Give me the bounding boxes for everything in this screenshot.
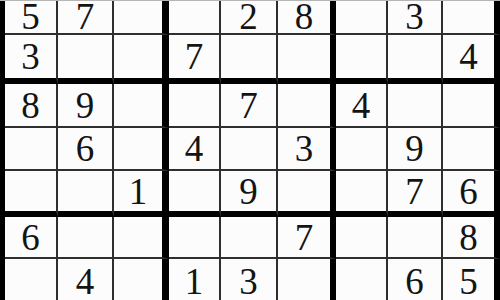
sudoku-board: 5728337489746439197667841365 — [0, 0, 500, 300]
cell-r2c7[interactable] — [336, 35, 388, 84]
cell-r3c5[interactable]: 7 — [221, 84, 278, 128]
cell-r4c4[interactable]: 4 — [169, 128, 221, 171]
given-digit: 6 — [459, 173, 478, 210]
given-digit: 7 — [239, 87, 258, 124]
cell-r2c8[interactable] — [388, 35, 443, 84]
given-digit: 8 — [295, 0, 314, 35]
cell-r4c6[interactable]: 3 — [278, 128, 336, 171]
cell-r4c7[interactable] — [336, 128, 388, 171]
cell-r2c4[interactable]: 7 — [169, 35, 221, 84]
cell-r1c4[interactable] — [169, 0, 221, 35]
cell-r7c9[interactable]: 5 — [443, 259, 500, 300]
cell-r2c5[interactable] — [221, 35, 278, 84]
cell-r1c2[interactable]: 7 — [58, 0, 114, 35]
cell-r7c6[interactable] — [278, 259, 336, 300]
cell-r2c9[interactable]: 4 — [443, 35, 500, 84]
cell-r1c3[interactable] — [114, 0, 169, 35]
given-digit: 3 — [295, 130, 314, 167]
cell-r4c3[interactable] — [114, 128, 169, 171]
cell-r2c6[interactable] — [278, 35, 336, 84]
given-digit: 5 — [459, 263, 478, 300]
cell-r7c5[interactable]: 3 — [221, 259, 278, 300]
given-digit: 2 — [239, 0, 258, 35]
cell-r5c9[interactable]: 6 — [443, 171, 500, 217]
cell-r1c8[interactable]: 3 — [388, 0, 443, 35]
cell-r4c5[interactable] — [221, 128, 278, 171]
cell-r3c3[interactable] — [114, 84, 169, 128]
cell-r6c1[interactable]: 6 — [5, 217, 58, 259]
cropped-sudoku-screenshot: 5728337489746439197667841365 — [0, 0, 500, 300]
given-digit: 4 — [352, 87, 371, 124]
given-digit: 8 — [459, 219, 478, 256]
cell-r5c1[interactable] — [5, 171, 58, 217]
given-digit: 7 — [76, 0, 95, 35]
given-digit: 6 — [21, 219, 40, 256]
cell-r5c3[interactable]: 1 — [114, 171, 169, 217]
cell-r6c7[interactable] — [336, 217, 388, 259]
given-digit: 9 — [405, 130, 424, 167]
cell-r1c5[interactable]: 2 — [221, 0, 278, 35]
cell-r6c5[interactable] — [221, 217, 278, 259]
cell-r5c6[interactable] — [278, 171, 336, 217]
cell-r3c4[interactable] — [169, 84, 221, 128]
cell-r1c9[interactable] — [443, 0, 500, 35]
cropped-top-gridline — [0, 0, 500, 1]
cell-r5c8[interactable]: 7 — [388, 171, 443, 217]
cell-r7c2[interactable]: 4 — [58, 259, 114, 300]
given-digit: 3 — [405, 0, 424, 35]
cell-r5c5[interactable]: 9 — [221, 171, 278, 217]
cell-r7c4[interactable]: 1 — [169, 259, 221, 300]
cell-r5c7[interactable] — [336, 171, 388, 217]
cell-r3c7[interactable]: 4 — [336, 84, 388, 128]
given-digit: 1 — [129, 173, 148, 210]
cell-r2c2[interactable] — [58, 35, 114, 84]
given-digit: 8 — [21, 87, 40, 124]
cell-r6c9[interactable]: 8 — [443, 217, 500, 259]
given-digit: 7 — [295, 219, 314, 256]
cell-r1c1[interactable]: 5 — [5, 0, 58, 35]
cell-r3c9[interactable] — [443, 84, 500, 128]
cell-r1c6[interactable]: 8 — [278, 0, 336, 35]
cell-r5c4[interactable] — [169, 171, 221, 217]
cell-r3c8[interactable] — [388, 84, 443, 128]
cell-r4c9[interactable] — [443, 128, 500, 171]
given-digit: 1 — [185, 263, 204, 300]
given-digit: 9 — [239, 173, 258, 210]
given-digit: 7 — [185, 38, 204, 75]
given-digit: 7 — [405, 173, 424, 210]
given-digit: 4 — [459, 38, 478, 75]
cell-r5c2[interactable] — [58, 171, 114, 217]
given-digit: 9 — [76, 87, 95, 124]
cell-r3c6[interactable] — [278, 84, 336, 128]
cell-r4c2[interactable]: 6 — [58, 128, 114, 171]
cell-r3c2[interactable]: 9 — [58, 84, 114, 128]
cell-r2c1[interactable]: 3 — [5, 35, 58, 84]
cell-r7c8[interactable]: 6 — [388, 259, 443, 300]
given-digit: 4 — [185, 130, 204, 167]
cell-r6c6[interactable]: 7 — [278, 217, 336, 259]
cell-r7c1[interactable] — [5, 259, 58, 300]
cell-r6c8[interactable] — [388, 217, 443, 259]
given-digit: 3 — [239, 263, 258, 300]
given-digit: 6 — [76, 130, 95, 167]
cell-r6c2[interactable] — [58, 217, 114, 259]
given-digit: 4 — [76, 263, 95, 300]
cell-r1c7[interactable] — [336, 0, 388, 35]
given-digit: 3 — [21, 38, 40, 75]
cell-r3c1[interactable]: 8 — [5, 84, 58, 128]
cell-r7c3[interactable] — [114, 259, 169, 300]
given-digit: 6 — [405, 263, 424, 300]
cell-r4c1[interactable] — [5, 128, 58, 171]
cell-r6c3[interactable] — [114, 217, 169, 259]
cell-r4c8[interactable]: 9 — [388, 128, 443, 171]
given-digit: 5 — [21, 0, 40, 35]
cell-r2c3[interactable] — [114, 35, 169, 84]
cell-r6c4[interactable] — [169, 217, 221, 259]
cell-r7c7[interactable] — [336, 259, 388, 300]
